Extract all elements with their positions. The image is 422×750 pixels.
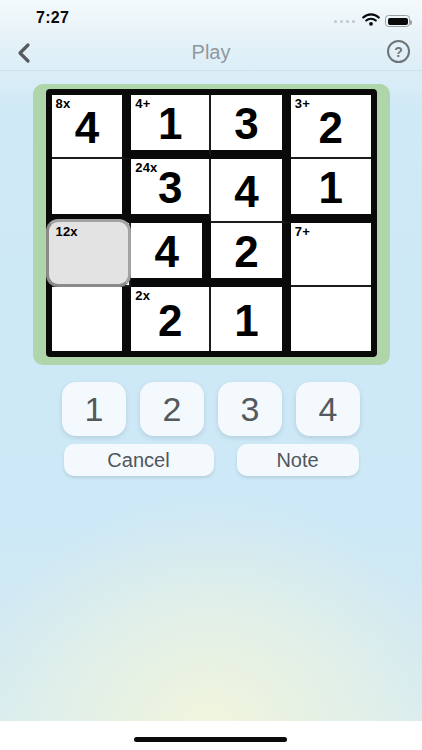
cage-label: 12x <box>56 224 78 239</box>
cell-value: 4 <box>211 159 282 221</box>
cancel-button[interactable]: Cancel <box>64 444 214 476</box>
number-button-3[interactable]: 3 <box>218 382 282 436</box>
bottom-strip <box>0 721 422 750</box>
cell-r2c1[interactable]: 4 <box>131 223 211 287</box>
note-button[interactable]: Note <box>237 444 359 476</box>
number-pad: 1 2 3 4 <box>0 382 422 436</box>
cell-r2c0-selected[interactable]: 12x <box>52 223 132 287</box>
back-button[interactable] <box>10 39 40 69</box>
cell-r0c1[interactable]: 4+ 1 <box>131 95 211 159</box>
status-time: 7:27 <box>36 9 69 27</box>
cage-label: 3+ <box>295 96 310 111</box>
chevron-left-icon <box>15 42 35 67</box>
cellular-signal-icon <box>334 20 355 23</box>
cage-label: 24x <box>135 160 157 175</box>
cell-value <box>52 287 123 351</box>
cage-label: 8x <box>56 96 71 111</box>
cell-value: 4 <box>131 223 202 278</box>
cage-label: 4+ <box>135 96 150 111</box>
cell-value: 1 <box>291 159 371 214</box>
cell-value: 1 <box>211 287 282 351</box>
cell-r3c1[interactable]: 2x 2 <box>131 287 211 351</box>
board-frame: 8x 4 4+ 1 3 3+ 2 24x 3 4 1 <box>33 84 390 365</box>
cell-r2c2[interactable]: 2 <box>211 223 291 287</box>
cell-r1c0[interactable] <box>52 159 132 223</box>
battery-icon <box>385 15 410 27</box>
cell-r0c2[interactable]: 3 <box>211 95 291 159</box>
help-button[interactable]: ? <box>387 40 410 63</box>
cell-r1c2[interactable]: 4 <box>211 159 291 223</box>
cell-r3c0[interactable] <box>52 287 132 351</box>
cell-r3c3[interactable] <box>291 287 371 351</box>
status-bar: 7:27 <box>0 0 422 35</box>
action-row: Cancel Note <box>0 444 422 476</box>
cell-value: 3 <box>211 95 282 150</box>
cell-r0c0[interactable]: 8x 4 <box>52 95 132 159</box>
page-title: Play <box>0 41 422 64</box>
cage-label: 7+ <box>295 224 310 239</box>
status-icons <box>334 12 410 30</box>
nav-bar: Play ? <box>0 35 422 71</box>
cell-r1c3[interactable]: 1 <box>291 159 371 223</box>
number-button-4[interactable]: 4 <box>296 382 360 436</box>
home-indicator[interactable] <box>134 737 287 742</box>
cell-value <box>291 287 371 351</box>
cell-value: 2 <box>211 223 282 278</box>
question-mark-icon: ? <box>394 44 403 60</box>
cage-label: 2x <box>135 288 150 303</box>
cell-value <box>52 159 123 214</box>
number-button-2[interactable]: 2 <box>140 382 204 436</box>
wifi-icon <box>362 12 380 30</box>
kenken-grid: 8x 4 4+ 1 3 3+ 2 24x 3 4 1 <box>46 89 377 357</box>
cell-r3c2[interactable]: 1 <box>211 287 291 351</box>
cell-r1c1[interactable]: 24x 3 <box>131 159 211 223</box>
cell-r2c3[interactable]: 7+ <box>291 223 371 287</box>
cell-r0c3[interactable]: 3+ 2 <box>291 95 371 159</box>
number-button-1[interactable]: 1 <box>62 382 126 436</box>
